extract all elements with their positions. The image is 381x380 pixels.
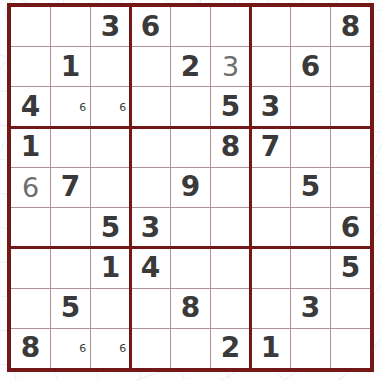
cell-r6c6[interactable] <box>211 208 250 247</box>
cell-r3c4[interactable] <box>131 87 170 126</box>
pencil-mark: 6 <box>77 101 89 113</box>
given-digit: 1 <box>21 133 40 161</box>
cell-r5c3[interactable] <box>91 168 130 207</box>
cell-r5c4[interactable] <box>131 168 170 207</box>
cell-r6c9[interactable]: 6 <box>331 208 370 247</box>
cell-r7c7[interactable] <box>251 248 290 287</box>
cell-r3c7[interactable]: 3 <box>251 87 290 126</box>
cell-r2c9[interactable] <box>331 47 370 86</box>
app-background: { "game": "sudoku", "board": { "rows": 9… <box>0 0 381 380</box>
given-digit: 3 <box>141 214 160 242</box>
cell-r2c3[interactable] <box>91 47 130 86</box>
cell-r1c6[interactable] <box>211 7 250 46</box>
given-digit: 5 <box>301 173 320 201</box>
cell-r1c8[interactable] <box>291 7 330 46</box>
cell-r7c3[interactable]: 1 <box>91 248 130 287</box>
cell-r1c4[interactable]: 6 <box>131 7 170 46</box>
given-digit: 6 <box>141 13 160 41</box>
cell-r6c2[interactable] <box>51 208 90 247</box>
cell-r9c7[interactable]: 1 <box>251 329 290 368</box>
cell-r8c1[interactable] <box>11 289 50 328</box>
cell-r2c1[interactable] <box>11 47 50 86</box>
cell-r7c6[interactable] <box>211 248 250 287</box>
cell-r3c1[interactable]: 4 <box>11 87 50 126</box>
cell-r4c8[interactable] <box>291 128 330 167</box>
cell-r8c3[interactable] <box>91 289 130 328</box>
given-digit: 9 <box>181 173 200 201</box>
cell-r4c1[interactable]: 1 <box>11 128 50 167</box>
pencil-grid: 6 <box>92 330 129 367</box>
given-digit: 5 <box>221 93 240 121</box>
cell-r6c5[interactable] <box>171 208 210 247</box>
given-digit: 1 <box>261 334 280 362</box>
cell-r4c4[interactable] <box>131 128 170 167</box>
sudoku-board: 368123646653187679553614558386621 <box>7 3 374 372</box>
cell-r8c9[interactable] <box>331 289 370 328</box>
given-digit: 8 <box>221 133 240 161</box>
given-digit: 3 <box>301 294 320 322</box>
cell-r4c2[interactable] <box>51 128 90 167</box>
given-digit: 7 <box>61 173 80 201</box>
cell-r4c3[interactable] <box>91 128 130 167</box>
cell-r4c9[interactable] <box>331 128 370 167</box>
given-digit: 8 <box>341 13 360 41</box>
cell-r2c8[interactable]: 6 <box>291 47 330 86</box>
given-digit: 5 <box>101 214 120 242</box>
given-digit: 1 <box>61 53 80 81</box>
cell-r9c2[interactable]: 6 <box>51 329 90 368</box>
cell-r8c7[interactable] <box>251 289 290 328</box>
cell-r8c4[interactable] <box>131 289 170 328</box>
cell-r1c1[interactable] <box>11 7 50 46</box>
given-digit: 4 <box>21 93 40 121</box>
cell-r9c3[interactable]: 6 <box>91 329 130 368</box>
pencil-mark: 6 <box>117 342 129 354</box>
user-digit: 3 <box>222 53 239 80</box>
given-digit: 5 <box>61 294 80 322</box>
cell-r3c9[interactable] <box>331 87 370 126</box>
cell-r5c5[interactable]: 9 <box>171 168 210 207</box>
given-digit: 3 <box>261 93 280 121</box>
cell-r3c2[interactable]: 6 <box>51 87 90 126</box>
given-digit: 7 <box>261 133 280 161</box>
given-digit: 6 <box>301 53 320 81</box>
cell-r6c7[interactable] <box>251 208 290 247</box>
cell-r3c5[interactable] <box>171 87 210 126</box>
cell-r5c6[interactable] <box>211 168 250 207</box>
cell-r7c4[interactable]: 4 <box>131 248 170 287</box>
cell-r6c4[interactable]: 3 <box>131 208 170 247</box>
pencil-mark: 6 <box>77 342 89 354</box>
given-digit: 8 <box>21 334 40 362</box>
cell-r1c7[interactable] <box>251 7 290 46</box>
cell-r9c5[interactable] <box>171 329 210 368</box>
cell-r1c2[interactable] <box>51 7 90 46</box>
given-digit: 4 <box>141 254 160 282</box>
cell-r4c5[interactable] <box>171 128 210 167</box>
cell-r9c6[interactable]: 2 <box>211 329 250 368</box>
cell-r2c4[interactable] <box>131 47 170 86</box>
cell-r2c5[interactable]: 2 <box>171 47 210 86</box>
cell-r2c2[interactable]: 1 <box>51 47 90 86</box>
cell-r1c3[interactable]: 3 <box>91 7 130 46</box>
pencil-grid: 6 <box>52 330 89 367</box>
cell-r1c5[interactable] <box>171 7 210 46</box>
given-digit: 2 <box>221 334 240 362</box>
cell-r5c8[interactable]: 5 <box>291 168 330 207</box>
cell-r9c1[interactable]: 8 <box>11 329 50 368</box>
given-digit: 6 <box>341 214 360 242</box>
given-digit: 3 <box>101 13 120 41</box>
cell-r8c5[interactable]: 8 <box>171 289 210 328</box>
user-digit: 6 <box>22 174 39 201</box>
given-digit: 8 <box>181 294 200 322</box>
cell-r5c7[interactable] <box>251 168 290 207</box>
cell-r4c6[interactable]: 8 <box>211 128 250 167</box>
cell-r6c1[interactable] <box>11 208 50 247</box>
cell-r2c7[interactable] <box>251 47 290 86</box>
given-digit: 5 <box>341 254 360 282</box>
cell-r5c2[interactable]: 7 <box>51 168 90 207</box>
cell-r3c6[interactable]: 5 <box>211 87 250 126</box>
cell-r9c4[interactable] <box>131 329 170 368</box>
cell-r9c9[interactable] <box>331 329 370 368</box>
cell-r6c3[interactable]: 5 <box>91 208 130 247</box>
cell-r7c1[interactable] <box>11 248 50 287</box>
cell-r5c1[interactable]: 6 <box>11 168 50 207</box>
cell-r7c9[interactable]: 5 <box>331 248 370 287</box>
cell-r8c6[interactable] <box>211 289 250 328</box>
cell-r1c9[interactable]: 8 <box>331 7 370 46</box>
cell-r9c8[interactable] <box>291 329 330 368</box>
cell-r7c5[interactable] <box>171 248 210 287</box>
cell-r7c8[interactable] <box>291 248 330 287</box>
cell-r2c6[interactable]: 3 <box>211 47 250 86</box>
cell-r3c8[interactable] <box>291 87 330 126</box>
cell-r5c9[interactable] <box>331 168 370 207</box>
cell-r4c7[interactable]: 7 <box>251 128 290 167</box>
pencil-grid: 6 <box>92 88 129 125</box>
cell-r6c8[interactable] <box>291 208 330 247</box>
given-digit: 1 <box>101 254 120 282</box>
pencil-mark: 6 <box>117 101 129 113</box>
cell-r8c8[interactable]: 3 <box>291 289 330 328</box>
cell-r8c2[interactable]: 5 <box>51 289 90 328</box>
given-digit: 2 <box>181 53 200 81</box>
cell-r7c2[interactable] <box>51 248 90 287</box>
cell-r3c3[interactable]: 6 <box>91 87 130 126</box>
pencil-grid: 6 <box>52 88 89 125</box>
